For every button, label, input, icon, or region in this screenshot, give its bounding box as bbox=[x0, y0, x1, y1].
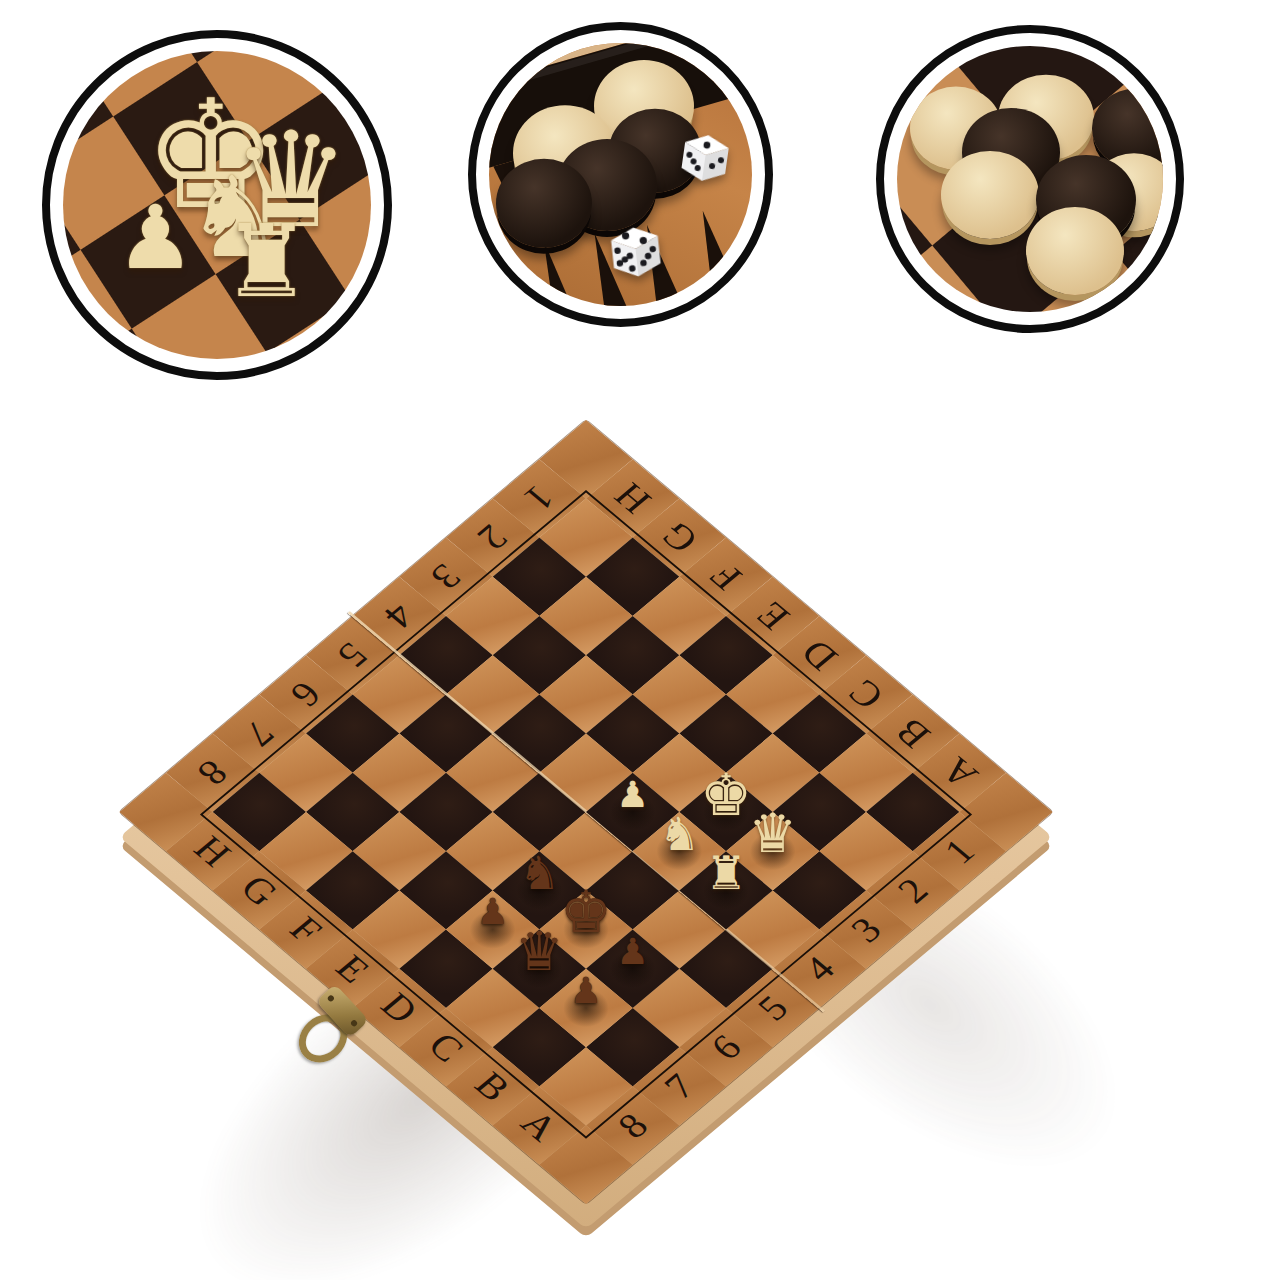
checkers-disc-cream bbox=[1026, 207, 1124, 295]
inset-backgammon-closeup bbox=[468, 22, 773, 327]
product-photo-page: HGFEDCBA11223♚♛34♟♞♜4556♞♚♟67♟♛♟788HGFED… bbox=[0, 0, 1280, 1280]
inset-chess-pieces-closeup: ♚♛♞♜♟ bbox=[42, 30, 392, 380]
inset-chess-piece-r: ♜ bbox=[221, 212, 311, 312]
inset-chess-clip: ♚♛♞♜♟ bbox=[63, 51, 371, 359]
chess-piece-dark-p-b7: ♟ bbox=[553, 958, 619, 1024]
checkers-disc-cream bbox=[941, 151, 1039, 239]
die-icon bbox=[601, 218, 671, 288]
die-icon bbox=[671, 125, 739, 193]
chess-board: HGFEDCBA11223♚♛34♟♞♜4556♞♚♟67♟♛♟788HGFED… bbox=[119, 420, 1052, 1204]
clasp-screw-icon bbox=[327, 994, 335, 1002]
clasp-screw-icon bbox=[350, 1019, 358, 1027]
inset-checkers-clip bbox=[897, 46, 1163, 312]
inset-chess-piece-p: ♟ bbox=[116, 194, 195, 282]
chess-piece-light-r-b4: ♜ bbox=[693, 840, 759, 906]
backgammon-checker-black bbox=[496, 159, 592, 247]
inset-backgammon-clip bbox=[489, 43, 752, 306]
inset-checkers-closeup bbox=[876, 25, 1184, 333]
